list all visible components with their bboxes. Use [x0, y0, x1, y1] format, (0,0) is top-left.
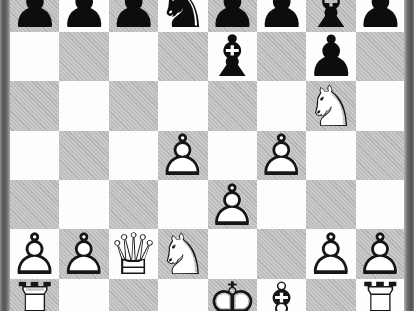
square-g4[interactable] — [306, 131, 355, 180]
white-pawn-piece-e3: ♟♙ — [208, 180, 257, 229]
white-pawn-piece-g2: ♟♙ — [306, 229, 355, 278]
white-pawn-piece-f4: ♟♙ — [257, 131, 306, 180]
white-king-piece-e1: ♚♔ — [208, 279, 257, 311]
square-b5[interactable] — [59, 81, 108, 130]
square-h1[interactable]: ♜♖ — [356, 279, 405, 311]
white-pawn-piece-b2: ♟♙ — [59, 229, 108, 278]
square-d4[interactable]: ♟♙ — [158, 131, 207, 180]
white-queen-piece-c2: ♛♕ — [109, 229, 158, 278]
square-b4[interactable] — [59, 131, 108, 180]
square-a4[interactable] — [10, 131, 59, 180]
square-e1[interactable]: ♚♔ — [208, 279, 257, 311]
square-d1[interactable] — [158, 279, 207, 311]
square-g2[interactable]: ♟♙ — [306, 229, 355, 278]
board-right-edge — [404, 0, 414, 311]
square-e6[interactable]: ♝ — [208, 32, 257, 81]
square-f7[interactable]: ♟ — [257, 0, 306, 32]
square-c2[interactable]: ♛♕ — [109, 229, 158, 278]
black-pawn-piece-a7: ♟ — [10, 0, 59, 32]
square-h5[interactable] — [356, 81, 405, 130]
black-bishop-piece-e6: ♝ — [208, 32, 257, 81]
square-a6[interactable] — [10, 32, 59, 81]
square-d7[interactable]: ♞ — [158, 0, 207, 32]
white-bishop-piece-f1: ♝♗ — [257, 279, 306, 311]
black-pawn-piece-h7: ♟ — [356, 0, 405, 32]
black-pawn-piece-f7: ♟ — [257, 0, 306, 32]
square-g1[interactable] — [306, 279, 355, 311]
square-c7[interactable]: ♟ — [109, 0, 158, 32]
chess-diagram: ♟♟♟♞♟♟♝♟♝♟♞♘♟♙♟♙♟♙♟♙♟♙♛♕♞♘♟♙♟♙♜♖♚♔♝♗♜♖ — [0, 0, 414, 311]
white-knight-piece-d2: ♞♘ — [158, 229, 207, 278]
black-pawn-piece-c7: ♟ — [109, 0, 158, 32]
square-d2[interactable]: ♞♘ — [158, 229, 207, 278]
square-b6[interactable] — [59, 32, 108, 81]
square-f3[interactable] — [257, 180, 306, 229]
square-c5[interactable] — [109, 81, 158, 130]
square-f6[interactable] — [257, 32, 306, 81]
square-d6[interactable] — [158, 32, 207, 81]
square-e3[interactable]: ♟♙ — [208, 180, 257, 229]
square-f4[interactable]: ♟♙ — [257, 131, 306, 180]
square-f1[interactable]: ♝♗ — [257, 279, 306, 311]
white-pawn-piece-d4: ♟♙ — [158, 131, 207, 180]
square-h7[interactable]: ♟ — [356, 0, 405, 32]
square-g5[interactable]: ♞♘ — [306, 81, 355, 130]
square-a5[interactable] — [10, 81, 59, 130]
square-c1[interactable] — [109, 279, 158, 311]
square-h6[interactable] — [356, 32, 405, 81]
white-rook-piece-h1: ♜♖ — [356, 279, 405, 311]
square-c6[interactable] — [109, 32, 158, 81]
square-a1[interactable]: ♜♖ — [10, 279, 59, 311]
square-a7[interactable]: ♟ — [10, 0, 59, 32]
square-b2[interactable]: ♟♙ — [59, 229, 108, 278]
white-knight-piece-g5: ♞♘ — [306, 81, 355, 130]
square-h4[interactable] — [356, 131, 405, 180]
chess-board: ♟♟♟♞♟♟♝♟♝♟♞♘♟♙♟♙♟♙♟♙♟♙♛♕♞♘♟♙♟♙♜♖♚♔♝♗♜♖ — [10, 0, 405, 311]
black-pawn-piece-b7: ♟ — [59, 0, 108, 32]
board-left-edge — [0, 0, 10, 311]
square-b7[interactable]: ♟ — [59, 0, 108, 32]
black-knight-piece-d7: ♞ — [158, 0, 207, 32]
square-c4[interactable] — [109, 131, 158, 180]
square-e5[interactable] — [208, 81, 257, 130]
white-rook-piece-a1: ♜♖ — [10, 279, 59, 311]
square-b1[interactable] — [59, 279, 108, 311]
